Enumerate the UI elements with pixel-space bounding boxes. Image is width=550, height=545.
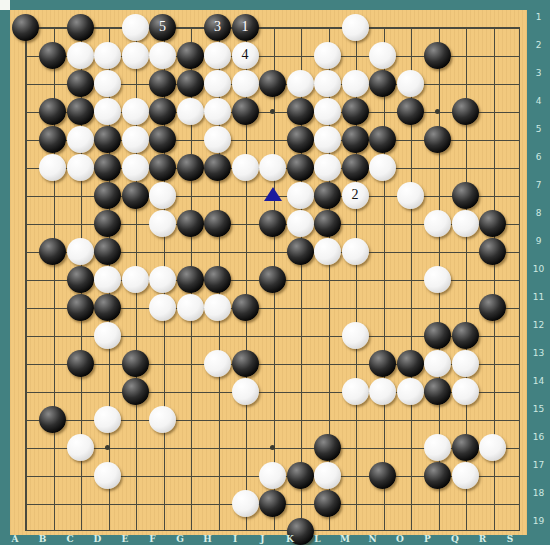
black-stone <box>259 210 286 237</box>
white-stone <box>67 238 94 265</box>
white-stone <box>342 14 369 41</box>
white-stone <box>424 350 451 377</box>
white-stone <box>232 378 259 405</box>
black-stone <box>149 70 176 97</box>
black-stone <box>369 462 396 489</box>
column-label: C <box>56 532 84 545</box>
black-stone <box>149 126 176 153</box>
black-stone <box>424 378 451 405</box>
black-stone <box>424 42 451 69</box>
black-stone <box>369 70 396 97</box>
black-stone <box>67 350 94 377</box>
white-stone <box>94 266 121 293</box>
corner-square <box>0 0 10 10</box>
white-stone <box>149 182 176 209</box>
black-stone <box>67 266 94 293</box>
white-stone <box>452 210 479 237</box>
column-label: A <box>1 532 29 545</box>
white-stone <box>369 42 396 69</box>
black-stone <box>259 266 286 293</box>
black-stone <box>479 210 506 237</box>
column-label: J <box>249 532 277 545</box>
white-stone <box>94 406 121 433</box>
black-stone <box>94 238 121 265</box>
column-label: M <box>331 532 359 545</box>
white-stone <box>94 70 121 97</box>
column-label: N <box>359 532 387 545</box>
white-stone <box>314 154 341 181</box>
black-stone <box>259 490 286 517</box>
row-label: 18 <box>527 479 550 507</box>
black-stone <box>232 350 259 377</box>
white-stone <box>314 238 341 265</box>
move-number-stone: 1 <box>232 14 259 41</box>
white-stone <box>232 154 259 181</box>
white-stone <box>314 126 341 153</box>
white-stone <box>424 434 451 461</box>
goban-grid[interactable]: 53142 <box>11 13 534 545</box>
white-stone <box>122 266 149 293</box>
white-stone <box>67 154 94 181</box>
column-label: F <box>139 532 167 545</box>
white-stone <box>122 154 149 181</box>
black-stone <box>94 294 121 321</box>
black-stone <box>452 322 479 349</box>
black-stone <box>479 294 506 321</box>
column-coordinate-labels: ABCDEFGHIJKLMNOPQRS <box>1 532 524 545</box>
white-stone <box>232 490 259 517</box>
column-label: Q <box>441 532 469 545</box>
column-label: D <box>84 532 112 545</box>
black-stone <box>149 98 176 125</box>
black-stone <box>314 182 341 209</box>
column-label: H <box>194 532 222 545</box>
black-stone <box>452 182 479 209</box>
column-label: R <box>469 532 497 545</box>
black-stone <box>397 98 424 125</box>
white-stone <box>287 70 314 97</box>
black-stone <box>94 154 121 181</box>
black-stone <box>39 42 66 69</box>
row-label: 5 <box>527 115 550 143</box>
row-label: 15 <box>527 395 550 423</box>
row-label: 1 <box>527 3 550 31</box>
white-stone <box>94 322 121 349</box>
star-point <box>435 109 440 114</box>
black-stone <box>424 322 451 349</box>
go-board-window: 53142 12345678910111213141516171819 ABCD… <box>0 0 550 545</box>
white-stone <box>204 126 231 153</box>
column-label: B <box>29 532 57 545</box>
white-stone <box>94 98 121 125</box>
white-stone <box>369 154 396 181</box>
row-label: 4 <box>527 87 550 115</box>
column-label: G <box>166 532 194 545</box>
black-stone <box>94 126 121 153</box>
black-stone <box>287 126 314 153</box>
white-stone <box>149 42 176 69</box>
star-point <box>270 109 275 114</box>
white-stone <box>397 378 424 405</box>
star-point <box>105 445 110 450</box>
white-stone <box>177 294 204 321</box>
black-stone <box>204 266 231 293</box>
white-stone <box>204 294 231 321</box>
row-label: 19 <box>527 507 550 535</box>
row-label: 3 <box>527 59 550 87</box>
row-label: 13 <box>527 339 550 367</box>
white-stone <box>342 378 369 405</box>
row-label: 17 <box>527 451 550 479</box>
column-label: P <box>414 532 442 545</box>
move-number-stone: 5 <box>149 14 176 41</box>
black-stone <box>122 378 149 405</box>
white-stone <box>342 322 369 349</box>
white-stone <box>204 70 231 97</box>
row-label: 2 <box>527 31 550 59</box>
white-stone <box>452 350 479 377</box>
black-stone <box>369 126 396 153</box>
black-stone <box>67 294 94 321</box>
black-stone <box>397 350 424 377</box>
row-label: 14 <box>527 367 550 395</box>
black-stone <box>287 462 314 489</box>
white-stone <box>232 70 259 97</box>
black-stone <box>12 14 39 41</box>
black-stone <box>342 98 369 125</box>
black-stone <box>177 210 204 237</box>
black-stone <box>39 126 66 153</box>
white-stone <box>122 42 149 69</box>
black-stone <box>369 350 396 377</box>
black-stone <box>67 70 94 97</box>
white-stone <box>259 462 286 489</box>
black-stone <box>67 14 94 41</box>
row-label: 7 <box>527 171 550 199</box>
white-stone <box>177 98 204 125</box>
white-stone <box>67 42 94 69</box>
row-label: 9 <box>527 227 550 255</box>
black-stone <box>177 266 204 293</box>
white-stone <box>204 98 231 125</box>
row-label: 12 <box>527 311 550 339</box>
move-number-stone: 2 <box>342 182 369 209</box>
black-stone <box>424 126 451 153</box>
white-stone <box>259 154 286 181</box>
black-stone <box>94 182 121 209</box>
column-label: I <box>221 532 249 545</box>
black-stone <box>39 406 66 433</box>
black-stone <box>94 210 121 237</box>
black-stone <box>122 182 149 209</box>
black-stone <box>452 98 479 125</box>
column-label: K <box>276 532 304 545</box>
black-stone <box>287 154 314 181</box>
star-point <box>270 445 275 450</box>
black-stone <box>149 154 176 181</box>
white-stone <box>39 154 66 181</box>
black-stone <box>287 238 314 265</box>
white-stone <box>397 182 424 209</box>
row-label: 6 <box>527 143 550 171</box>
white-stone <box>122 14 149 41</box>
column-label: L <box>304 532 332 545</box>
column-label: S <box>496 532 524 545</box>
black-stone <box>314 434 341 461</box>
black-stone <box>204 154 231 181</box>
white-stone <box>122 126 149 153</box>
black-stone <box>177 154 204 181</box>
white-stone <box>204 42 231 69</box>
black-stone <box>259 70 286 97</box>
row-label: 16 <box>527 423 550 451</box>
column-label: E <box>111 532 139 545</box>
row-coordinate-labels: 12345678910111213141516171819 <box>527 3 550 535</box>
move-number-stone: 3 <box>204 14 231 41</box>
white-stone <box>424 210 451 237</box>
white-stone <box>314 70 341 97</box>
black-stone <box>39 238 66 265</box>
white-stone <box>149 210 176 237</box>
white-stone <box>287 182 314 209</box>
white-stone <box>369 378 396 405</box>
white-stone <box>314 462 341 489</box>
column-label: O <box>386 532 414 545</box>
white-stone <box>287 210 314 237</box>
triangle-marker <box>264 187 282 201</box>
black-stone <box>452 434 479 461</box>
black-stone <box>479 238 506 265</box>
black-stone <box>342 154 369 181</box>
white-stone <box>149 266 176 293</box>
row-label: 11 <box>527 283 550 311</box>
black-stone <box>314 490 341 517</box>
white-stone <box>67 126 94 153</box>
white-stone <box>452 462 479 489</box>
white-stone <box>149 294 176 321</box>
white-stone <box>122 98 149 125</box>
black-stone <box>232 294 259 321</box>
black-stone <box>122 350 149 377</box>
white-stone <box>204 350 231 377</box>
move-number-stone: 4 <box>232 42 259 69</box>
black-stone <box>67 98 94 125</box>
row-label: 8 <box>527 199 550 227</box>
white-stone <box>397 70 424 97</box>
white-stone <box>452 378 479 405</box>
black-stone <box>314 210 341 237</box>
white-stone <box>67 434 94 461</box>
black-stone <box>287 98 314 125</box>
white-stone <box>342 238 369 265</box>
black-stone <box>177 42 204 69</box>
white-stone <box>479 434 506 461</box>
white-stone <box>149 406 176 433</box>
row-label: 10 <box>527 255 550 283</box>
white-stone <box>94 462 121 489</box>
black-stone <box>204 210 231 237</box>
white-stone <box>424 266 451 293</box>
black-stone <box>39 98 66 125</box>
goban[interactable]: 53142 <box>10 10 527 535</box>
black-stone <box>424 462 451 489</box>
black-stone <box>232 98 259 125</box>
black-stone <box>177 70 204 97</box>
black-stone <box>342 126 369 153</box>
white-stone <box>342 70 369 97</box>
white-stone <box>94 42 121 69</box>
white-stone <box>314 98 341 125</box>
white-stone <box>314 42 341 69</box>
